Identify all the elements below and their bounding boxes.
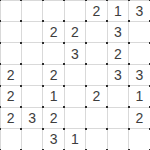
grid-dot xyxy=(149,63,150,65)
clue-number: 1 xyxy=(114,4,122,18)
grid-dot xyxy=(106,128,108,130)
cell-r1c1[interactable] xyxy=(0,0,21,21)
grid-dot xyxy=(128,63,130,65)
cell-r5c1[interactable]: 2 xyxy=(0,86,21,107)
grid-dot xyxy=(85,63,87,65)
grid-dot xyxy=(63,63,65,65)
cell-r4c2[interactable] xyxy=(21,64,42,85)
grid-dot xyxy=(149,149,150,150)
cell-r1c2[interactable] xyxy=(21,0,42,21)
cell-r6c2[interactable]: 3 xyxy=(21,107,42,128)
grid-dot xyxy=(85,42,87,44)
grid-dot xyxy=(149,106,150,108)
cell-r6c4[interactable] xyxy=(64,107,85,128)
grid-dot xyxy=(0,0,1,1)
grid-dot xyxy=(42,0,44,1)
cell-r5c4[interactable] xyxy=(64,86,85,107)
grid-dot xyxy=(63,42,65,44)
grid-dot xyxy=(63,85,65,87)
grid-dot xyxy=(106,0,108,1)
grid-dot xyxy=(128,0,130,1)
cell-r7c7[interactable] xyxy=(129,129,150,150)
cell-r7c5[interactable] xyxy=(86,129,107,150)
grid-dot xyxy=(0,85,1,87)
cell-r2c2[interactable] xyxy=(21,21,42,42)
grid-dot xyxy=(20,42,22,44)
grid-dot xyxy=(128,42,130,44)
grid-dot xyxy=(106,149,108,150)
grid-dot xyxy=(85,128,87,130)
cell-r3c3[interactable] xyxy=(43,43,64,64)
cell-r3c7[interactable] xyxy=(129,43,150,64)
cell-r2c4[interactable]: 2 xyxy=(64,21,85,42)
clue-number: 1 xyxy=(135,89,143,103)
cell-r1c3[interactable] xyxy=(43,0,64,21)
grid-dot xyxy=(149,42,150,44)
grid-dot xyxy=(106,20,108,22)
grid-dot xyxy=(149,0,150,1)
grid-dot xyxy=(106,106,108,108)
grid-dot xyxy=(85,149,87,150)
grid-dot xyxy=(149,20,150,22)
grid-dot xyxy=(85,20,87,22)
clue-number: 3 xyxy=(114,25,122,39)
cell-r4c7[interactable]: 3 xyxy=(129,64,150,85)
grid-dot xyxy=(128,128,130,130)
grid-dot xyxy=(20,149,22,150)
cell-r4c3[interactable]: 2 xyxy=(43,64,64,85)
grid-dot xyxy=(106,85,108,87)
cell-r6c1[interactable]: 2 xyxy=(0,107,21,128)
cell-r7c2[interactable] xyxy=(21,129,42,150)
cell-r2c1[interactable] xyxy=(0,21,21,42)
cell-r5c7[interactable]: 1 xyxy=(129,86,150,107)
cell-r4c4[interactable] xyxy=(64,64,85,85)
grid-dot xyxy=(106,42,108,44)
grid-dot xyxy=(63,149,65,150)
grid-dot xyxy=(20,63,22,65)
grid-dot xyxy=(63,20,65,22)
clue-number: 2 xyxy=(50,111,58,125)
grid-dot xyxy=(42,128,44,130)
grid-dot xyxy=(42,149,44,150)
grid-dot xyxy=(0,42,1,44)
clue-number: 2 xyxy=(7,111,15,125)
clue-number: 3 xyxy=(50,132,58,146)
cell-r2c5[interactable] xyxy=(86,21,107,42)
clue-number: 3 xyxy=(71,47,79,61)
grid-dot xyxy=(42,42,44,44)
cell-r1c7[interactable]: 3 xyxy=(129,0,150,21)
grid-dot xyxy=(63,0,65,1)
clue-number: 2 xyxy=(114,47,122,61)
clue-number: 2 xyxy=(7,68,15,82)
grid-dot xyxy=(0,106,1,108)
cell-r6c5[interactable] xyxy=(86,107,107,128)
grid-dot xyxy=(42,106,44,108)
cell-r3c2[interactable] xyxy=(21,43,42,64)
cell-r3c4[interactable]: 3 xyxy=(64,43,85,64)
clue-number: 3 xyxy=(114,68,122,82)
grid-dot xyxy=(42,20,44,22)
clue-number: 1 xyxy=(50,89,58,103)
grid-dot xyxy=(85,85,87,87)
grid-dot xyxy=(42,85,44,87)
clue-number: 1 xyxy=(71,132,79,146)
grid-dot xyxy=(20,106,22,108)
clue-number: 2 xyxy=(7,89,15,103)
cell-r5c2[interactable] xyxy=(21,86,42,107)
clue-number: 3 xyxy=(135,68,143,82)
cell-r4c6[interactable]: 3 xyxy=(107,64,128,85)
grid-dot xyxy=(128,106,130,108)
clue-number: 2 xyxy=(93,4,101,18)
cell-r2c6[interactable]: 3 xyxy=(107,21,128,42)
cell-r6c6[interactable] xyxy=(107,107,128,128)
grid-dot xyxy=(85,0,87,1)
cell-r2c7[interactable] xyxy=(129,21,150,42)
clue-number: 2 xyxy=(93,89,101,103)
cell-r6c3[interactable]: 2 xyxy=(43,107,64,128)
grid-dot xyxy=(20,0,22,1)
grid-dot xyxy=(0,63,1,65)
grid-dot xyxy=(20,85,22,87)
grid-dot xyxy=(0,128,1,130)
grid-dot xyxy=(20,20,22,22)
cell-r7c1[interactable] xyxy=(0,129,21,150)
clue-number: 2 xyxy=(135,111,143,125)
slitherlink-board: 2132233222332121232231 xyxy=(0,0,150,150)
cell-r5c5[interactable]: 2 xyxy=(86,86,107,107)
cell-r3c6[interactable]: 2 xyxy=(107,43,128,64)
grid-dot xyxy=(128,85,130,87)
grid-dot xyxy=(63,106,65,108)
cell-r7c4[interactable]: 1 xyxy=(64,129,85,150)
grid-dot xyxy=(85,106,87,108)
clue-number: 3 xyxy=(28,111,36,125)
grid-dot xyxy=(149,128,150,130)
cell-r2c3[interactable]: 2 xyxy=(43,21,64,42)
grid-dot xyxy=(128,20,130,22)
clue-number: 2 xyxy=(50,68,58,82)
cell-r5c3[interactable]: 1 xyxy=(43,86,64,107)
cell-r3c5[interactable] xyxy=(86,43,107,64)
cell-r7c3[interactable]: 3 xyxy=(43,129,64,150)
grid-dot xyxy=(0,20,1,22)
cell-r6c7[interactable]: 2 xyxy=(129,107,150,128)
cell-r1c4[interactable] xyxy=(64,0,85,21)
grid-dot xyxy=(63,128,65,130)
cell-r1c6[interactable]: 1 xyxy=(107,0,128,21)
cell-r4c5[interactable] xyxy=(86,64,107,85)
clue-number: 3 xyxy=(135,4,143,18)
grid-dot xyxy=(20,128,22,130)
cell-r5c6[interactable] xyxy=(107,86,128,107)
clue-number: 2 xyxy=(71,25,79,39)
cell-r7c6[interactable] xyxy=(107,129,128,150)
grid-dot xyxy=(149,85,150,87)
grid-dot xyxy=(128,149,130,150)
grid-dot xyxy=(106,63,108,65)
grid-dot xyxy=(0,149,1,150)
clue-number: 2 xyxy=(50,25,58,39)
grid-dot xyxy=(42,63,44,65)
cell-r1c5[interactable]: 2 xyxy=(86,0,107,21)
cell-r4c1[interactable]: 2 xyxy=(0,64,21,85)
cell-r3c1[interactable] xyxy=(0,43,21,64)
